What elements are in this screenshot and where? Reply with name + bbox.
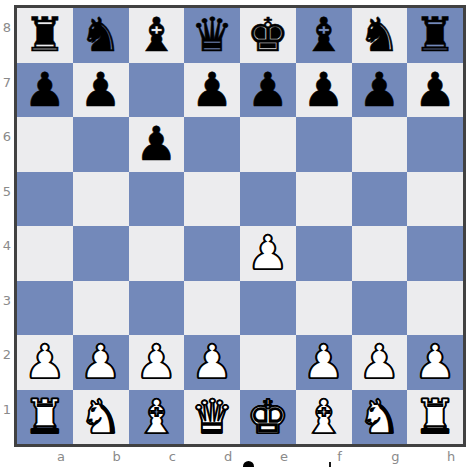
rank-label-4: 4 bbox=[0, 226, 14, 281]
square-f7[interactable]: ♟ bbox=[296, 63, 352, 118]
square-d3[interactable] bbox=[184, 281, 240, 336]
square-h1[interactable]: ♜ bbox=[407, 390, 463, 445]
square-e3[interactable] bbox=[240, 281, 296, 336]
square-c6[interactable]: ♟ bbox=[129, 117, 185, 172]
square-g5[interactable] bbox=[352, 172, 408, 227]
square-c7[interactable] bbox=[129, 63, 185, 118]
rank-label-8: 8 bbox=[0, 8, 14, 63]
square-h4[interactable] bbox=[407, 226, 463, 281]
square-a4[interactable] bbox=[17, 226, 73, 281]
square-d5[interactable] bbox=[184, 172, 240, 227]
square-b5[interactable] bbox=[73, 172, 129, 227]
square-d1[interactable]: ♛ bbox=[184, 390, 240, 445]
piece-black-pawn[interactable]: ♟ bbox=[303, 63, 345, 117]
rank-label-7: 7 bbox=[0, 63, 14, 118]
square-a8[interactable]: ♜ bbox=[17, 8, 73, 63]
piece-white-queen[interactable]: ♛ bbox=[191, 390, 233, 444]
square-a7[interactable]: ♟ bbox=[17, 63, 73, 118]
square-a2[interactable]: ♟ bbox=[17, 335, 73, 390]
file-label-g: g bbox=[368, 450, 424, 463]
square-a5[interactable] bbox=[17, 172, 73, 227]
piece-white-pawn[interactable]: ♟ bbox=[135, 335, 177, 389]
square-c3[interactable] bbox=[129, 281, 185, 336]
square-a3[interactable] bbox=[17, 281, 73, 336]
piece-black-pawn[interactable]: ♟ bbox=[358, 63, 400, 117]
piece-white-pawn[interactable]: ♟ bbox=[303, 335, 345, 389]
square-f6[interactable] bbox=[296, 117, 352, 172]
piece-black-pawn[interactable]: ♟ bbox=[135, 117, 177, 171]
square-h3[interactable] bbox=[407, 281, 463, 336]
piece-white-pawn[interactable]: ♟ bbox=[358, 335, 400, 389]
file-label-h: h bbox=[423, 450, 471, 463]
file-label-e: e bbox=[256, 450, 312, 463]
square-a1[interactable]: ♜ bbox=[17, 390, 73, 445]
square-b4[interactable] bbox=[73, 226, 129, 281]
piece-black-pawn[interactable]: ♟ bbox=[414, 63, 456, 117]
square-e1[interactable]: ♚ bbox=[240, 390, 296, 445]
square-f5[interactable] bbox=[296, 172, 352, 227]
square-d7[interactable]: ♟ bbox=[184, 63, 240, 118]
square-a6[interactable] bbox=[17, 117, 73, 172]
file-label-a: a bbox=[33, 450, 89, 463]
square-b7[interactable]: ♟ bbox=[73, 63, 129, 118]
piece-white-bishop[interactable]: ♝ bbox=[135, 390, 177, 444]
square-b1[interactable]: ♞ bbox=[73, 390, 129, 445]
piece-white-pawn[interactable]: ♟ bbox=[247, 226, 289, 280]
piece-white-bishop[interactable]: ♝ bbox=[303, 390, 345, 444]
piece-white-king[interactable]: ♚ bbox=[247, 390, 289, 444]
square-h8[interactable]: ♜ bbox=[407, 8, 463, 63]
piece-white-rook[interactable]: ♜ bbox=[24, 390, 66, 444]
square-e2[interactable] bbox=[240, 335, 296, 390]
square-g1[interactable]: ♞ bbox=[352, 390, 408, 445]
square-c5[interactable] bbox=[129, 172, 185, 227]
piece-white-knight[interactable]: ♞ bbox=[358, 390, 400, 444]
piece-white-pawn[interactable]: ♟ bbox=[80, 335, 122, 389]
piece-black-queen[interactable]: ♛ bbox=[191, 8, 233, 62]
square-e6[interactable] bbox=[240, 117, 296, 172]
square-h7[interactable]: ♟ bbox=[407, 63, 463, 118]
square-b6[interactable] bbox=[73, 117, 129, 172]
square-g4[interactable] bbox=[352, 226, 408, 281]
piece-black-rook[interactable]: ♜ bbox=[414, 8, 456, 62]
square-c2[interactable]: ♟ bbox=[129, 335, 185, 390]
piece-white-pawn[interactable]: ♟ bbox=[24, 335, 66, 389]
rank-labels: 87654321 bbox=[0, 8, 14, 444]
square-f4[interactable] bbox=[296, 226, 352, 281]
square-d8[interactable]: ♛ bbox=[184, 8, 240, 63]
piece-black-bishop[interactable]: ♝ bbox=[135, 8, 177, 62]
rank-label-3: 3 bbox=[0, 281, 14, 336]
piece-black-rook[interactable]: ♜ bbox=[24, 8, 66, 62]
square-e4[interactable]: ♟ bbox=[240, 226, 296, 281]
file-labels: abcdefgh bbox=[17, 450, 463, 463]
square-b2[interactable]: ♟ bbox=[73, 335, 129, 390]
square-e7[interactable]: ♟ bbox=[240, 63, 296, 118]
piece-white-rook[interactable]: ♜ bbox=[414, 390, 456, 444]
piece-black-knight[interactable]: ♞ bbox=[358, 8, 400, 62]
piece-black-pawn[interactable]: ♟ bbox=[24, 63, 66, 117]
piece-black-pawn[interactable]: ♟ bbox=[80, 63, 122, 117]
square-b8[interactable]: ♞ bbox=[73, 8, 129, 63]
piece-black-bishop[interactable]: ♝ bbox=[303, 8, 345, 62]
piece-black-pawn[interactable]: ♟ bbox=[247, 63, 289, 117]
file-label-c: c bbox=[145, 450, 201, 463]
square-d4[interactable] bbox=[184, 226, 240, 281]
square-g6[interactable] bbox=[352, 117, 408, 172]
square-g3[interactable] bbox=[352, 281, 408, 336]
square-c1[interactable]: ♝ bbox=[129, 390, 185, 445]
square-c4[interactable] bbox=[129, 226, 185, 281]
square-h6[interactable] bbox=[407, 117, 463, 172]
square-c8[interactable]: ♝ bbox=[129, 8, 185, 63]
clipped-caption-dot-icon bbox=[243, 461, 254, 467]
square-h5[interactable] bbox=[407, 172, 463, 227]
square-g7[interactable]: ♟ bbox=[352, 63, 408, 118]
piece-black-pawn[interactable]: ♟ bbox=[191, 63, 233, 117]
rank-label-1: 1 bbox=[0, 390, 14, 445]
piece-black-king[interactable]: ♚ bbox=[247, 8, 289, 62]
piece-white-pawn[interactable]: ♟ bbox=[191, 335, 233, 389]
square-f3[interactable] bbox=[296, 281, 352, 336]
file-label-f: f bbox=[312, 450, 368, 463]
square-h2[interactable]: ♟ bbox=[407, 335, 463, 390]
square-f2[interactable]: ♟ bbox=[296, 335, 352, 390]
square-b3[interactable] bbox=[73, 281, 129, 336]
rank-label-6: 6 bbox=[0, 117, 14, 172]
square-e8[interactable]: ♚ bbox=[240, 8, 296, 63]
rank-label-5: 5 bbox=[0, 172, 14, 227]
file-label-b: b bbox=[89, 450, 145, 463]
square-d6[interactable] bbox=[184, 117, 240, 172]
piece-white-pawn[interactable]: ♟ bbox=[414, 335, 456, 389]
square-e5[interactable] bbox=[240, 172, 296, 227]
square-d2[interactable]: ♟ bbox=[184, 335, 240, 390]
square-g2[interactable]: ♟ bbox=[352, 335, 408, 390]
chess-board[interactable]: ♜♞♝♛♚♝♞♜♟♟♟♟♟♟♟♟♟♟♟♟♟♟♟♟♜♞♝♛♚♝♞♜ bbox=[14, 5, 466, 447]
square-g8[interactable]: ♞ bbox=[352, 8, 408, 63]
square-f1[interactable]: ♝ bbox=[296, 390, 352, 445]
chess-board-widget: 87654321 ♜♞♝♛♚♝♞♜♟♟♟♟♟♟♟♟♟♟♟♟♟♟♟♟♜♞♝♛♚♝♞… bbox=[0, 0, 471, 467]
piece-black-knight[interactable]: ♞ bbox=[80, 8, 122, 62]
clipped-caption-bar-icon bbox=[329, 462, 331, 467]
rank-label-2: 2 bbox=[0, 335, 14, 390]
piece-white-knight[interactable]: ♞ bbox=[80, 390, 122, 444]
square-f8[interactable]: ♝ bbox=[296, 8, 352, 63]
